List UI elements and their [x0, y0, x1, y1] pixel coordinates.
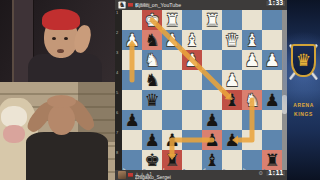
square-c7[interactable]: ♟	[222, 130, 242, 150]
square-d1[interactable]: ♜	[202, 10, 222, 30]
square-f5[interactable]	[162, 90, 182, 110]
square-e4[interactable]	[182, 70, 202, 90]
square-h4[interactable]	[122, 70, 142, 90]
square-f6[interactable]	[162, 110, 182, 130]
bottom-player-flag-icon	[128, 173, 133, 177]
square-f4[interactable]	[162, 70, 182, 90]
shield-logo: ♛	[291, 44, 316, 77]
square-d5[interactable]	[202, 90, 222, 110]
square-a4[interactable]	[262, 70, 282, 90]
white-b-on-b2: ♝	[244, 30, 259, 50]
top-player-name-line: Sytilin_on_YouTube (2546)	[135, 2, 138, 8]
eye	[64, 37, 68, 40]
black-p-on-h6: ♟	[124, 110, 139, 130]
square-h6[interactable]: ♟	[122, 110, 142, 130]
square-e1[interactable]	[182, 10, 202, 30]
white-p-on-f2: ♟	[164, 30, 179, 50]
white-p-on-c4: ♟	[224, 70, 239, 90]
square-d6[interactable]: ♟	[202, 110, 222, 130]
square-c3[interactable]	[222, 50, 242, 70]
square-a3[interactable]: ♟	[262, 50, 282, 70]
square-b8[interactable]: b	[242, 150, 262, 170]
square-c4[interactable]: ♟	[222, 70, 242, 90]
square-b2[interactable]: ♝	[242, 30, 262, 50]
square-e5[interactable]	[182, 90, 202, 110]
top-player-flag-icon	[128, 3, 133, 7]
square-e6[interactable]	[182, 110, 202, 130]
white-n-on-g3: ♞	[144, 50, 159, 70]
square-h1[interactable]	[122, 10, 142, 30]
square-b3[interactable]: ♟	[242, 50, 262, 70]
black-p-on-d7: ♟	[204, 130, 219, 150]
square-e3[interactable]: ♟	[182, 50, 202, 70]
black-k-on-g8: ♚	[144, 150, 159, 170]
square-b6[interactable]	[242, 110, 262, 130]
top-player-body	[28, 54, 102, 82]
square-c8[interactable]: c	[222, 150, 242, 170]
square-a1[interactable]	[262, 10, 282, 30]
square-g4[interactable]: ♞	[142, 70, 162, 90]
square-b7[interactable]	[242, 130, 262, 150]
bottom-player-head	[48, 104, 75, 135]
square-g6[interactable]	[142, 110, 162, 130]
hands-on-head	[47, 95, 76, 108]
square-g1[interactable]: ♚	[142, 10, 162, 30]
top-player-bar: ♞ Sytilin_on_YouTube (2546) 1:33	[115, 0, 287, 10]
black-r-on-f8: ♜	[164, 150, 179, 170]
black-p-on-f7: ♟	[164, 130, 179, 150]
square-c2[interactable]: ♛	[222, 30, 242, 50]
square-b1[interactable]	[242, 10, 262, 30]
rank-label-4: 4	[116, 70, 119, 75]
webcam-top-player	[0, 0, 115, 82]
square-a8[interactable]: ♜a	[262, 150, 282, 170]
square-d4[interactable]	[202, 70, 222, 90]
gold-queen-icon: ♛	[293, 48, 314, 72]
square-g7[interactable]: ♟	[142, 130, 162, 150]
stream-frame: ♚♜♜♟♞♟♝♛♝♞♟♟♟♞♟♛♝♞♟♟♟♟♟♟♟h♚g♜fe♝dcb♜a ♞ …	[0, 0, 320, 180]
square-d7[interactable]: ♟	[202, 130, 222, 150]
logo-text-kings: KINGS	[293, 112, 313, 118]
white-p-on-a3: ♟	[264, 50, 279, 70]
rank-label-3: 3	[116, 50, 119, 55]
square-f7[interactable]: ♟	[162, 130, 182, 150]
square-e8[interactable]: e	[182, 150, 202, 170]
square-a6[interactable]	[262, 110, 282, 130]
black-n-on-g2: ♞	[144, 30, 159, 50]
square-f2[interactable]: ♟	[162, 30, 182, 50]
gear-icon[interactable]: ⚙	[258, 171, 263, 176]
square-d3[interactable]	[202, 50, 222, 70]
square-h8[interactable]: h	[122, 150, 142, 170]
black-q-on-g5: ♛	[144, 90, 159, 110]
square-a5[interactable]: ♟	[262, 90, 282, 110]
square-b5[interactable]: ♞	[242, 90, 262, 110]
black-p-on-a5: ♟	[264, 90, 279, 110]
square-e7[interactable]	[182, 130, 202, 150]
black-p-on-d6: ♟	[204, 110, 219, 130]
white-p-on-h2: ♟	[124, 30, 139, 50]
rank-label-1: 1	[116, 10, 119, 15]
square-a7[interactable]	[262, 130, 282, 150]
rank-label-2: 2	[116, 30, 119, 35]
black-r-on-a8: ♜	[264, 150, 279, 170]
pink-pillow	[3, 125, 25, 143]
square-h2[interactable]: ♟	[122, 30, 142, 50]
square-g2[interactable]: ♞	[142, 30, 162, 50]
black-b-on-c5: ♝	[224, 90, 239, 110]
piece-thumbnail-icon: ♞	[118, 1, 125, 8]
square-g5[interactable]: ♛	[142, 90, 162, 110]
black-b-on-d8: ♝	[204, 150, 219, 170]
square-c1[interactable]	[222, 10, 242, 30]
rank-label-8: 8	[116, 150, 119, 155]
square-d2[interactable]	[202, 30, 222, 50]
white-n-on-b5: ♞	[244, 90, 259, 110]
mouth	[57, 49, 64, 53]
square-c6[interactable]	[222, 110, 242, 130]
square-g3[interactable]: ♞	[142, 50, 162, 70]
black-p-on-g7: ♟	[144, 130, 159, 150]
bottom-player-bar: Zhigalko_Sergei (2651) ♙ ♙ +1 ⚙ 1:11	[115, 170, 287, 180]
bottom-player-clock: 1:11	[266, 171, 285, 176]
white-p-on-e3: ♟	[184, 50, 199, 70]
black-n-on-g4: ♞	[144, 70, 159, 90]
square-f3[interactable]	[162, 50, 182, 70]
white-r-on-f1: ♜	[164, 10, 179, 30]
chess-board[interactable]: ♚♜♜♟♞♟♝♛♝♞♟♟♟♞♟♛♝♞♟♟♟♟♟♟♟h♚g♜fe♝dcb♜a	[122, 10, 282, 170]
square-b4[interactable]	[242, 70, 262, 90]
square-d8[interactable]: ♝d	[202, 150, 222, 170]
arena-kings-panel: ♛ ARENA KINGS	[287, 0, 320, 180]
square-h5[interactable]	[122, 90, 142, 110]
top-player-clock: 1:33	[266, 1, 285, 6]
square-h7[interactable]	[122, 130, 142, 150]
eye	[52, 37, 56, 40]
white-b-on-e2: ♝	[184, 30, 199, 50]
rank-label-6: 6	[116, 110, 119, 115]
captured-pieces: ♙ ♙ +1	[135, 173, 152, 177]
white-q-on-c2: ♛	[224, 30, 239, 50]
rank-label-7: 7	[116, 130, 119, 135]
square-a2[interactable]	[262, 30, 282, 50]
square-c5[interactable]: ♝	[222, 90, 242, 110]
bottom-player-torso	[26, 132, 108, 180]
white-p-on-b3: ♟	[244, 50, 259, 70]
white-r-on-d1: ♜	[204, 10, 219, 30]
white-k-on-g1: ♚	[144, 10, 159, 30]
logo-text-arena: ARENA	[293, 103, 313, 109]
square-f1[interactable]: ♜	[162, 10, 182, 30]
rank-label-5: 5	[116, 90, 119, 95]
square-h3[interactable]	[122, 50, 142, 70]
square-g8[interactable]: ♚g	[142, 150, 162, 170]
webcam-bottom-player	[0, 82, 115, 180]
black-p-on-c7: ♟	[224, 130, 239, 150]
bottom-player-avatar	[118, 171, 126, 179]
top-player-rating: (2546)	[135, 2, 150, 8]
square-f8[interactable]: ♜f	[162, 150, 182, 170]
square-e2[interactable]: ♝	[182, 30, 202, 50]
red-bandana	[42, 9, 80, 30]
